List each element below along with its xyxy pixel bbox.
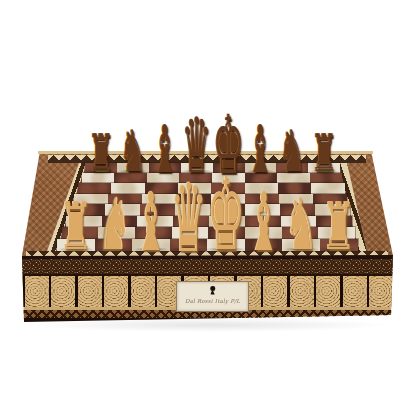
chess-board — [0, 0, 416, 416]
chess-set-photo: Dal Rossi Italy P/L ♜♞♝♛♚♝♞♜♜♞♝♛♚♝♞♜ — [0, 0, 416, 416]
square-g3 — [281, 216, 317, 227]
square-e4 — [210, 204, 245, 215]
keyhole-icon — [210, 286, 215, 295]
square-h6 — [311, 183, 344, 194]
square-g7 — [277, 173, 310, 183]
square-c4 — [140, 204, 175, 215]
square-f5 — [245, 194, 279, 205]
square-g2 — [282, 227, 319, 239]
square-a1 — [57, 239, 95, 251]
square-e8 — [213, 163, 245, 173]
board-rank-7 — [82, 173, 343, 183]
square-g1 — [282, 239, 320, 251]
square-d3 — [173, 216, 209, 227]
square-b5 — [108, 194, 142, 205]
square-f3 — [245, 216, 281, 227]
square-a5 — [74, 194, 108, 205]
square-h1 — [320, 239, 358, 251]
square-c6 — [145, 183, 178, 194]
square-c8 — [149, 163, 181, 173]
square-f6 — [245, 183, 278, 194]
square-f8 — [245, 163, 277, 173]
board-rank-5 — [74, 194, 347, 205]
square-c1 — [132, 239, 170, 251]
board-rank-6 — [78, 183, 345, 194]
board-rank-8 — [85, 163, 340, 173]
square-b2 — [98, 227, 135, 239]
board-rank-4 — [70, 204, 350, 215]
square-h4 — [315, 204, 350, 215]
square-h8 — [308, 163, 340, 173]
square-a6 — [78, 183, 111, 194]
square-g5 — [279, 194, 313, 205]
square-a7 — [82, 173, 115, 183]
square-a4 — [70, 204, 105, 215]
square-f1 — [245, 239, 283, 251]
square-g8 — [276, 163, 308, 173]
square-c7 — [147, 173, 180, 183]
square-c5 — [142, 194, 176, 205]
square-f2 — [245, 227, 282, 239]
square-b4 — [105, 204, 140, 215]
board-rank-2 — [62, 227, 355, 239]
square-e7 — [212, 173, 245, 183]
square-f4 — [245, 204, 280, 215]
square-d1 — [170, 239, 208, 251]
square-c3 — [137, 216, 173, 227]
brand-label: Dal Rossi Italy P/L — [177, 298, 248, 304]
square-h5 — [313, 194, 347, 205]
square-e3 — [209, 216, 245, 227]
square-b6 — [111, 183, 144, 194]
board-rank-3 — [66, 216, 352, 227]
square-a8 — [85, 163, 117, 173]
square-h7 — [310, 173, 343, 183]
square-g4 — [280, 204, 315, 215]
front-scroll-band — [22, 259, 393, 276]
square-d6 — [178, 183, 211, 194]
square-b1 — [95, 239, 133, 251]
brand-plaque: Dal Rossi Italy P/L — [176, 281, 249, 312]
square-d2 — [172, 227, 209, 239]
square-h3 — [316, 216, 352, 227]
square-e1 — [207, 239, 245, 251]
square-g6 — [278, 183, 311, 194]
square-e2 — [208, 227, 245, 239]
square-b3 — [102, 216, 138, 227]
square-b7 — [114, 173, 147, 183]
board-rank-1 — [57, 239, 357, 251]
square-d8 — [181, 163, 213, 173]
square-b8 — [117, 163, 149, 173]
square-e6 — [211, 183, 244, 194]
square-f7 — [245, 173, 278, 183]
square-a3 — [66, 216, 102, 227]
square-d7 — [179, 173, 212, 183]
square-d4 — [175, 204, 210, 215]
square-h2 — [318, 227, 355, 239]
square-a2 — [62, 227, 99, 239]
square-c2 — [135, 227, 172, 239]
square-e5 — [211, 194, 245, 205]
square-d5 — [176, 194, 210, 205]
